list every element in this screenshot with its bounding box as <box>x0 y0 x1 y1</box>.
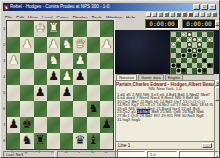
board-square[interactable]: ♛ <box>73 133 86 149</box>
status-result: 1-0 <box>147 151 177 158</box>
mini-piece-dot <box>193 38 196 41</box>
mini-piece-dot <box>198 38 201 41</box>
black-clock: 0:00:00 <box>182 19 216 29</box>
board-square[interactable] <box>34 53 47 69</box>
black-piece[interactable]: ♟ <box>73 69 86 85</box>
white-piece[interactable]: ♜ <box>47 21 60 37</box>
mini-piece-dot <box>182 69 185 72</box>
board-square[interactable] <box>100 69 113 85</box>
app-window: ♞ Rebel - Hodges - Contra Prodeo at NPS … <box>0 0 220 158</box>
board-square[interactable]: ♚ <box>20 117 33 133</box>
black-piece[interactable]: ♞ <box>20 133 33 149</box>
mini-piece-dot <box>172 64 175 67</box>
board-square[interactable] <box>100 85 113 101</box>
white-piece[interactable]: ♞ <box>60 37 73 53</box>
board-square[interactable]: ♟ <box>47 69 60 85</box>
black-piece[interactable]: ♟ <box>60 85 73 101</box>
mini-piece-dot <box>182 33 185 36</box>
mini-piece-dot <box>188 33 191 36</box>
stop-icon[interactable] <box>188 12 193 17</box>
board-square[interactable] <box>73 85 86 101</box>
white-piece[interactable]: ♟ <box>47 37 60 53</box>
board-square[interactable] <box>7 101 20 117</box>
board-square[interactable] <box>47 85 60 101</box>
board-square[interactable] <box>47 117 60 133</box>
notation-panel[interactable]: Partain,Charles Edward - Hodges,Albert B… <box>115 80 215 142</box>
board-square[interactable] <box>87 85 100 101</box>
vertical-scrollbar[interactable]: ▲ ▼ <box>215 80 220 158</box>
board-square[interactable] <box>73 101 86 117</box>
status-bar: Last: Ne3 1-0 <box>3 151 219 158</box>
mini-piece-dot <box>182 54 185 57</box>
board-square[interactable] <box>7 37 20 53</box>
forward-icon[interactable] <box>200 12 205 17</box>
board-square[interactable] <box>7 133 20 149</box>
black-piece[interactable]: ♛ <box>73 133 86 149</box>
clock-settings-button[interactable] <box>215 21 220 26</box>
board-square[interactable] <box>34 101 47 117</box>
board-square[interactable]: ♞ <box>60 37 73 53</box>
play-move-icon[interactable] <box>182 12 187 17</box>
vertical-scroll-thumb[interactable] <box>215 87 220 101</box>
mini-piece-dot <box>172 43 175 46</box>
mini-piece-dot <box>203 59 206 62</box>
white-piece[interactable]: ♛ <box>73 37 86 53</box>
board-square[interactable] <box>100 21 113 37</box>
mini-piece-dot <box>203 69 206 72</box>
board-square[interactable]: ♟ <box>34 85 47 101</box>
mini-piece-dot <box>188 38 191 41</box>
hint-icon[interactable] <box>206 12 211 17</box>
mini-piece-dot <box>198 69 201 72</box>
board-panel: 12345678 ♚♜♟♟♞♛♟♟♞♟♟♟♟♟♟♞♟♚♟♞♜♛♝ hgfedcb… <box>2 18 114 158</box>
clock-row: 0:00:00 0:00:00 <box>115 18 220 30</box>
board-square[interactable]: ♟ <box>7 53 20 69</box>
board-frame: ♚♜♟♟♞♛♟♟♞♟♟♟♟♟♟♞♟♚♟♞♜♛♝ <box>6 20 114 150</box>
board-square[interactable]: ♟ <box>60 69 73 85</box>
board-square[interactable]: ♟ <box>47 37 60 53</box>
mini-piece-dot <box>193 49 196 52</box>
board-setup-icon[interactable] <box>164 12 169 17</box>
engine-icon[interactable] <box>176 12 181 17</box>
line-label: Line 1 <box>118 143 130 148</box>
board-square[interactable]: ♝ <box>87 133 100 149</box>
board-square[interactable]: ♟ <box>7 117 20 133</box>
board-square[interactable] <box>47 101 60 117</box>
board-square[interactable]: ♟ <box>100 37 113 53</box>
board-square[interactable]: ♜ <box>47 21 60 37</box>
right-panel: 0:00:00 0:00:00 NotationGame dataEngine … <box>114 18 220 151</box>
flip-board-icon[interactable] <box>170 12 175 17</box>
board-square[interactable] <box>87 117 100 133</box>
black-piece[interactable]: ♚ <box>20 117 33 133</box>
board-square[interactable]: ♛ <box>73 37 86 53</box>
white-clock: 0:00:00 <box>145 19 179 29</box>
board-square[interactable]: ♞ <box>47 53 60 69</box>
status-spacer <box>57 151 145 158</box>
board-square[interactable] <box>60 101 73 117</box>
board-square[interactable] <box>7 21 20 37</box>
mini-piece-dot <box>177 64 180 67</box>
maximize-button[interactable]: □ <box>201 4 208 10</box>
new-game-icon[interactable] <box>146 12 151 17</box>
board-square[interactable] <box>100 101 113 117</box>
black-piece[interactable]: ♜ <box>34 133 47 149</box>
board-square[interactable] <box>20 21 33 37</box>
board-square[interactable]: ♞ <box>20 133 33 149</box>
status-last-move: Last: Ne3 <box>3 151 55 158</box>
mini-piece-dot <box>177 69 180 72</box>
board-square[interactable]: ♞ <box>87 101 100 117</box>
board-square[interactable] <box>7 69 20 85</box>
mini-piece-dot <box>198 49 201 52</box>
board-square[interactable] <box>87 53 100 69</box>
board-square[interactable] <box>20 69 33 85</box>
board-square[interactable] <box>73 117 86 133</box>
board-square[interactable] <box>87 69 100 85</box>
board-square[interactable] <box>87 37 100 53</box>
scroll-up-icon[interactable]: ▲ <box>215 80 220 86</box>
board-square[interactable] <box>7 85 20 101</box>
white-piece[interactable]: ♟ <box>7 53 20 69</box>
menu-bar: FileEditViewLevelGameDisplayToolsWindowH… <box>3 11 219 18</box>
mini-piece-dot <box>208 64 211 67</box>
black-piece[interactable]: ♟ <box>34 85 47 101</box>
board-square[interactable]: ♟ <box>100 117 113 133</box>
board-square[interactable]: ♚ <box>34 21 47 37</box>
move-list[interactable]: 1.d4 d5 2.Nf3 Nf6 3.e3 e6 4.Bd3 Bd6 5.Nb… <box>116 92 214 123</box>
board-square[interactable] <box>34 37 47 53</box>
board-square[interactable] <box>60 21 73 37</box>
board-square[interactable]: ♟ <box>73 53 86 69</box>
mini-board[interactable] <box>170 31 214 75</box>
white-piece[interactable]: ♟ <box>20 37 33 53</box>
mini-piece-dot <box>198 43 201 46</box>
board-square[interactable] <box>20 101 33 117</box>
chess-board[interactable]: ♚♜♟♟♞♛♟♟♞♟♟♟♟♟♟♞♟♚♟♞♜♛♝ <box>7 21 113 149</box>
white-piece[interactable]: ♚ <box>34 21 47 37</box>
status-extra <box>179 151 219 158</box>
mini-piece-dot <box>208 38 211 41</box>
board-square[interactable] <box>47 133 60 149</box>
board-square[interactable]: ♟ <box>20 37 33 53</box>
board-square[interactable] <box>20 53 33 69</box>
save-icon[interactable] <box>158 12 163 17</box>
board-square[interactable] <box>73 21 86 37</box>
board-square[interactable] <box>20 85 33 101</box>
board-square[interactable]: ♜ <box>34 133 47 149</box>
mini-board-square <box>207 68 212 73</box>
mini-piece-dot <box>188 49 191 52</box>
open-icon[interactable] <box>152 12 157 17</box>
board-square[interactable]: ♟ <box>73 69 86 85</box>
board-square[interactable] <box>60 117 73 133</box>
board-square[interactable] <box>60 53 73 69</box>
back-icon[interactable] <box>194 12 199 17</box>
mini-piece-dot <box>177 38 180 41</box>
board-square[interactable] <box>100 133 113 149</box>
white-piece[interactable]: ♟ <box>60 69 73 85</box>
marble-backdrop <box>115 30 220 74</box>
board-square[interactable] <box>100 53 113 69</box>
help-icon[interactable] <box>212 12 217 17</box>
mini-piece-dot <box>193 54 196 57</box>
black-piece[interactable]: ♟ <box>47 69 60 85</box>
minimize-button[interactable]: _ <box>193 4 200 10</box>
mini-piece-dot <box>188 43 191 46</box>
line-options-button[interactable]: ... <box>202 143 212 148</box>
board-square[interactable] <box>87 21 100 37</box>
black-piece[interactable]: ♟ <box>7 117 20 133</box>
board-square[interactable] <box>60 133 73 149</box>
black-piece[interactable]: ♝ <box>87 133 100 149</box>
white-piece[interactable]: ♟ <box>73 53 86 69</box>
close-button[interactable]: × <box>209 4 216 10</box>
black-piece[interactable]: ♞ <box>87 101 100 117</box>
toolbar <box>145 11 217 18</box>
board-square[interactable]: ♟ <box>60 85 73 101</box>
board-square[interactable] <box>34 69 47 85</box>
white-piece[interactable]: ♞ <box>47 53 60 69</box>
white-piece[interactable]: ♟ <box>100 37 113 53</box>
board-square[interactable] <box>34 117 47 133</box>
black-piece[interactable]: ♟ <box>100 117 113 133</box>
